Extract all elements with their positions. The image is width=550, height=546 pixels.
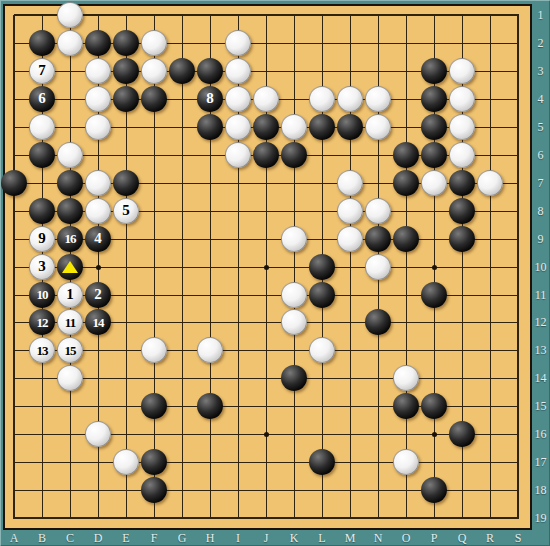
- stone-D8[interactable]: [85, 198, 111, 224]
- stone-C7[interactable]: [57, 170, 83, 196]
- stone-M8[interactable]: [337, 198, 363, 224]
- stone-P6[interactable]: [421, 142, 447, 168]
- stone-D7[interactable]: [85, 170, 111, 196]
- row-label-4: 4: [532, 92, 549, 106]
- stone-C9[interactable]: 16: [57, 226, 83, 252]
- grid-line-v: [13, 15, 15, 519]
- stone-K9[interactable]: [281, 226, 307, 252]
- grid-line-v: [406, 15, 407, 519]
- stone-H4[interactable]: 8: [197, 86, 223, 112]
- row-label-13: 13: [532, 343, 549, 357]
- stone-O7[interactable]: [393, 170, 419, 196]
- stone-J4[interactable]: [253, 86, 279, 112]
- move-number-label: 12: [37, 316, 48, 329]
- row-label-10: 10: [532, 260, 549, 274]
- stone-E2[interactable]: [113, 30, 139, 56]
- row-label-15: 15: [532, 399, 549, 413]
- row-label-5: 5: [532, 120, 549, 134]
- column-label-L: L: [314, 531, 330, 545]
- move-number-label: 8: [206, 91, 214, 106]
- row-label-11: 11: [532, 288, 549, 302]
- stone-E17[interactable]: [113, 449, 139, 475]
- row-label-3: 3: [532, 64, 549, 78]
- stone-K11[interactable]: [281, 282, 307, 308]
- move-number-label: 4: [94, 231, 102, 246]
- move-number-label: 2: [94, 287, 102, 302]
- stone-D9[interactable]: 4: [85, 226, 111, 252]
- column-label-N: N: [370, 531, 386, 545]
- column-label-Q: Q: [454, 531, 470, 545]
- column-label-C: C: [62, 531, 78, 545]
- row-label-9: 9: [532, 232, 549, 246]
- stone-P7[interactable]: [421, 170, 447, 196]
- stone-A7[interactable]: [1, 170, 27, 196]
- stone-O17[interactable]: [393, 449, 419, 475]
- row-label-19: 19: [532, 511, 549, 525]
- stone-E4[interactable]: [113, 86, 139, 112]
- stone-E3[interactable]: [113, 58, 139, 84]
- stone-C2[interactable]: [57, 30, 83, 56]
- stone-E8[interactable]: 5: [113, 198, 139, 224]
- stone-C10[interactable]: [57, 254, 83, 280]
- grid-line-v: [517, 15, 519, 519]
- stone-Q7[interactable]: [449, 170, 475, 196]
- move-number-label: 1: [66, 287, 74, 302]
- row-label-2: 2: [532, 36, 549, 50]
- stone-Q8[interactable]: [449, 198, 475, 224]
- stone-I4[interactable]: [225, 86, 251, 112]
- stone-N9[interactable]: [365, 226, 391, 252]
- go-game-screenshot: 76859164310121211141315ABCDEFGHIJKLMNOPQ…: [0, 0, 550, 546]
- stone-O6[interactable]: [393, 142, 419, 168]
- stone-H5[interactable]: [197, 114, 223, 140]
- stone-N5[interactable]: [365, 114, 391, 140]
- stone-D2[interactable]: [85, 30, 111, 56]
- row-label-17: 17: [532, 455, 549, 469]
- stone-B3[interactable]: 7: [29, 58, 55, 84]
- column-label-G: G: [174, 531, 190, 545]
- stone-J6[interactable]: [253, 142, 279, 168]
- column-label-O: O: [398, 531, 414, 545]
- grid-line-v: [490, 15, 491, 519]
- move-number-label: 11: [65, 316, 75, 329]
- stone-B9[interactable]: 9: [29, 226, 55, 252]
- stone-F3[interactable]: [141, 58, 167, 84]
- move-number-label: 5: [122, 203, 130, 218]
- stone-B10[interactable]: 3: [29, 254, 55, 280]
- move-number-label: 7: [38, 63, 46, 78]
- stone-M5[interactable]: [337, 114, 363, 140]
- stone-I2[interactable]: [225, 30, 251, 56]
- move-number-label: 14: [93, 316, 104, 329]
- star-point: [432, 265, 437, 270]
- stone-L5[interactable]: [309, 114, 335, 140]
- column-label-I: I: [230, 531, 246, 545]
- stone-P4[interactable]: [421, 86, 447, 112]
- stone-M7[interactable]: [337, 170, 363, 196]
- stone-E7[interactable]: [113, 170, 139, 196]
- stone-I3[interactable]: [225, 58, 251, 84]
- stone-D5[interactable]: [85, 114, 111, 140]
- stone-K5[interactable]: [281, 114, 307, 140]
- row-label-18: 18: [532, 483, 549, 497]
- stone-B2[interactable]: [29, 30, 55, 56]
- stone-I5[interactable]: [225, 114, 251, 140]
- stone-D11[interactable]: 2: [85, 282, 111, 308]
- move-number-label: 9: [38, 231, 46, 246]
- column-label-M: M: [342, 531, 358, 545]
- move-number-label: 16: [65, 232, 76, 245]
- row-label-6: 6: [532, 148, 549, 162]
- stone-O9[interactable]: [393, 226, 419, 252]
- stone-N4[interactable]: [365, 86, 391, 112]
- stone-F17[interactable]: [141, 449, 167, 475]
- column-label-S: S: [510, 531, 526, 545]
- grid-line-v: [182, 15, 183, 519]
- move-number-label: 10: [37, 288, 48, 301]
- move-number-label: 13: [37, 344, 48, 357]
- column-label-H: H: [202, 531, 218, 545]
- stone-D3[interactable]: [85, 58, 111, 84]
- column-label-A: A: [6, 531, 22, 545]
- triangle-marker: [62, 261, 78, 273]
- move-number-label: 15: [65, 344, 76, 357]
- stone-Q6[interactable]: [449, 142, 475, 168]
- column-label-F: F: [146, 531, 162, 545]
- row-label-1: 1: [532, 8, 549, 22]
- stone-F4[interactable]: [141, 86, 167, 112]
- stone-L17[interactable]: [309, 449, 335, 475]
- stone-D4[interactable]: [85, 86, 111, 112]
- star-point: [96, 265, 101, 270]
- stone-K6[interactable]: [281, 142, 307, 168]
- stone-H3[interactable]: [197, 58, 223, 84]
- stone-F2[interactable]: [141, 30, 167, 56]
- stone-C8[interactable]: [57, 198, 83, 224]
- stone-C6[interactable]: [57, 142, 83, 168]
- stone-P11[interactable]: [421, 282, 447, 308]
- stone-L4[interactable]: [309, 86, 335, 112]
- row-label-8: 8: [532, 204, 549, 218]
- column-label-K: K: [286, 531, 302, 545]
- stone-Q9[interactable]: [449, 226, 475, 252]
- stone-B11[interactable]: 10: [29, 282, 55, 308]
- row-label-12: 12: [532, 315, 549, 329]
- grid-line-v: [294, 15, 295, 519]
- stone-C1[interactable]: [57, 2, 83, 28]
- stone-R7[interactable]: [477, 170, 503, 196]
- row-label-16: 16: [532, 427, 549, 441]
- stone-Q5[interactable]: [449, 114, 475, 140]
- stone-L10[interactable]: [309, 254, 335, 280]
- column-label-B: B: [34, 531, 50, 545]
- star-point: [264, 265, 269, 270]
- column-label-R: R: [482, 531, 498, 545]
- column-label-E: E: [118, 531, 134, 545]
- stone-J5[interactable]: [253, 114, 279, 140]
- stone-N10[interactable]: [365, 254, 391, 280]
- row-label-7: 7: [532, 176, 549, 190]
- stone-Q3[interactable]: [449, 58, 475, 84]
- column-label-J: J: [258, 531, 274, 545]
- stone-Q4[interactable]: [449, 86, 475, 112]
- stone-G3[interactable]: [169, 58, 195, 84]
- move-number-label: 6: [38, 91, 46, 106]
- stone-M4[interactable]: [337, 86, 363, 112]
- stone-C11[interactable]: 1: [57, 282, 83, 308]
- stone-P18[interactable]: [421, 477, 447, 503]
- column-label-P: P: [426, 531, 442, 545]
- stone-B6[interactable]: [29, 142, 55, 168]
- column-label-D: D: [90, 531, 106, 545]
- stone-P3[interactable]: [421, 58, 447, 84]
- row-label-14: 14: [532, 371, 549, 385]
- stone-M9[interactable]: [337, 226, 363, 252]
- move-number-label: 3: [38, 259, 46, 274]
- stone-P5[interactable]: [421, 114, 447, 140]
- stone-B8[interactable]: [29, 198, 55, 224]
- stone-B5[interactable]: [29, 114, 55, 140]
- stone-B4[interactable]: 6: [29, 86, 55, 112]
- stone-I6[interactable]: [225, 142, 251, 168]
- stone-F18[interactable]: [141, 477, 167, 503]
- stone-N8[interactable]: [365, 198, 391, 224]
- stone-L11[interactable]: [309, 282, 335, 308]
